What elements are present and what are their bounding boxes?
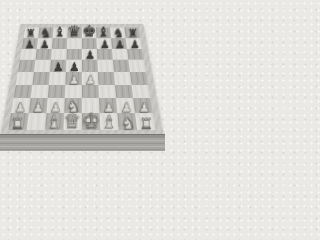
white-bishop-f1: ♝ [102,114,118,131]
square-g1[interactable]: ♞ [117,113,137,130]
square-g3[interactable] [115,85,133,99]
white-queen-d1: ♛ [64,112,82,132]
square-g7[interactable]: ♟ [111,38,127,49]
square-h6[interactable] [127,49,144,60]
square-e5[interactable] [82,60,98,72]
square-e1[interactable]: ♚ [82,113,101,130]
white-bishop-c1: ♝ [47,114,63,131]
square-f5[interactable] [98,60,114,72]
board-front-rail [0,134,165,151]
square-c4[interactable] [49,72,66,85]
square-f6[interactable] [97,49,113,60]
square-e4[interactable]: ♟ [82,72,99,85]
black-bishop-c8: ♝ [54,26,66,40]
square-g4[interactable] [114,72,132,85]
square-h4[interactable] [130,72,148,85]
chessboard-photo: ♜♞♝♛♚♝♞♜♟♟♟♟♟♟♟♟♟♟♟♟♟♞♟♟♟♜♝♛♚♝♞♜ [0,0,165,153]
white-pawn-a2: ♟ [14,101,26,114]
square-h8[interactable]: ♜ [124,27,140,38]
square-f8[interactable]: ♝ [96,27,111,38]
square-h5[interactable] [129,60,146,72]
square-d6[interactable] [66,49,81,60]
white-knight-d2: ♞ [66,99,80,115]
square-b3[interactable] [31,85,49,99]
square-d4[interactable]: ♟ [65,72,82,85]
square-f2[interactable]: ♟ [99,98,117,113]
square-b6[interactable] [35,49,51,60]
square-d3[interactable] [65,85,82,99]
square-a5[interactable] [18,60,35,72]
square-c2[interactable]: ♟ [47,98,65,113]
white-pawn-f2: ♟ [103,101,115,114]
square-c7[interactable] [52,38,67,49]
square-e8[interactable]: ♚ [82,27,97,38]
square-h2[interactable]: ♟ [133,98,153,113]
square-c3[interactable] [48,85,66,99]
square-d7[interactable] [67,38,82,49]
white-knight-g1: ♞ [121,115,136,131]
white-pawn-c2: ♟ [49,101,61,114]
square-b1[interactable] [27,113,47,130]
square-c6[interactable] [51,49,67,60]
white-rook-h1: ♜ [140,116,154,131]
square-b4[interactable] [32,72,50,85]
square-a8[interactable]: ♜ [24,27,40,38]
square-h1[interactable]: ♜ [135,113,156,130]
square-c1[interactable]: ♝ [45,113,64,130]
square-f3[interactable] [99,85,117,99]
square-b8[interactable]: ♞ [38,27,53,38]
white-pawn-g2: ♟ [120,101,132,114]
black-king-e8: ♚ [82,23,97,39]
black-bishop-f8: ♝ [98,26,110,40]
square-d2[interactable]: ♞ [64,98,82,113]
square-a1[interactable]: ♜ [8,113,29,130]
square-a3[interactable] [14,85,33,99]
square-a4[interactable] [16,72,34,85]
square-d5[interactable]: ♟ [66,60,82,72]
square-a7[interactable]: ♟ [22,38,38,49]
square-h3[interactable] [132,85,151,99]
square-b7[interactable]: ♟ [37,38,53,49]
square-a2[interactable]: ♟ [11,98,31,113]
square-f1[interactable]: ♝ [100,113,119,130]
square-f4[interactable] [98,72,115,85]
square-g8[interactable]: ♞ [110,27,125,38]
white-pawn-b2: ♟ [32,101,44,114]
square-g6[interactable] [112,49,128,60]
square-e6[interactable]: ♟ [82,49,98,60]
white-king-e1: ♚ [82,110,101,131]
square-e2[interactable] [82,98,100,113]
square-g5[interactable] [113,60,130,72]
square-e7[interactable] [82,38,97,49]
square-c5[interactable]: ♟ [50,60,66,72]
square-d1[interactable]: ♛ [64,113,82,130]
square-a6[interactable] [20,49,37,60]
chess-board: ♜♞♝♛♚♝♞♜♟♟♟♟♟♟♟♟♟♟♟♟♟♞♟♟♟♜♝♛♚♝♞♜ [0,24,163,137]
square-f7[interactable]: ♟ [97,38,112,49]
square-c8[interactable]: ♝ [53,27,68,38]
white-rook-a1: ♜ [11,116,25,131]
square-b2[interactable]: ♟ [29,98,48,113]
square-e3[interactable] [82,85,99,99]
black-queen-d8: ♛ [68,24,82,39]
square-b5[interactable] [34,60,51,72]
square-h7[interactable]: ♟ [126,38,142,49]
square-g2[interactable]: ♟ [116,98,135,113]
white-pawn-h2: ♟ [138,101,150,114]
square-d8[interactable]: ♛ [67,27,82,38]
